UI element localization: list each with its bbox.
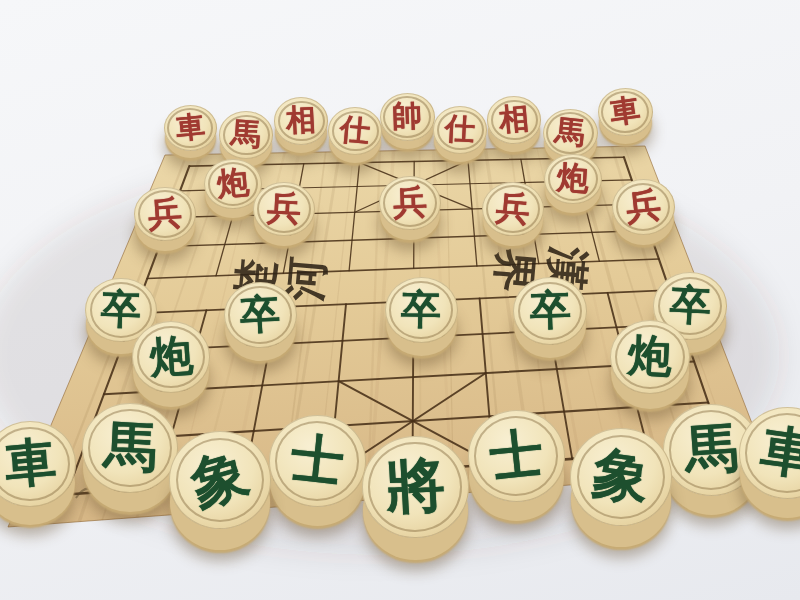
piece-red-advisor-f4r1[interactable]: 仕 <box>328 107 382 154</box>
piece-character-soldier: 卒 <box>401 282 442 338</box>
piece-red-soldier-f7r4[interactable]: 兵 <box>482 182 544 237</box>
piece-character-chariot: 車 <box>173 107 206 150</box>
piece-character-cannon: 炮 <box>148 327 195 388</box>
piece-red-elephant-f3r1[interactable]: 相 <box>274 97 328 144</box>
photo-stage: 楚河界漢 車馬相仕帥仕相馬車炮炮兵兵兵兵兵卒卒卒卒卒炮炮車馬象士將士象馬車 <box>0 0 800 600</box>
piece-character-soldier: 卒 <box>529 283 572 339</box>
piece-character-chariot: 車 <box>607 90 642 135</box>
piece-green-cannon-f2r8[interactable]: 炮 <box>132 321 210 392</box>
piece-character-general: 帥 <box>391 96 422 138</box>
piece-red-horse-f2r1[interactable]: 馬 <box>219 111 273 158</box>
piece-green-soldier-f7r7[interactable]: 卒 <box>513 277 587 344</box>
piece-character-horse: 馬 <box>230 113 263 156</box>
piece-character-advisor: 仕 <box>444 109 476 152</box>
piece-green-horse-f2r10[interactable]: 馬 <box>82 403 178 494</box>
piece-character-soldier: 卒 <box>239 286 282 343</box>
piece-red-horse-f8r1[interactable]: 馬 <box>543 109 598 157</box>
piece-character-cannon: 炮 <box>556 156 591 202</box>
piece-red-soldier-f9r4[interactable]: 兵 <box>612 179 675 235</box>
piece-character-elephant: 相 <box>497 98 530 141</box>
piece-red-advisor-f6r1[interactable]: 仕 <box>433 106 487 153</box>
piece-green-soldier-f5r7[interactable]: 卒 <box>385 277 458 343</box>
piece-red-chariot-f9r1[interactable]: 車 <box>598 88 653 136</box>
piece-red-cannon-f8r3[interactable]: 炮 <box>544 154 602 205</box>
piece-character-cannon: 炮 <box>215 161 251 208</box>
piece-green-elephant-f7r10[interactable]: 象 <box>570 428 672 525</box>
piece-red-soldier-f1r4[interactable]: 兵 <box>134 187 196 242</box>
piece-green-general-f5r10[interactable]: 將 <box>362 436 469 539</box>
pieces-layer: 車馬相仕帥仕相馬車炮炮兵兵兵兵兵卒卒卒卒卒炮炮車馬象士將士象馬車 <box>0 0 800 600</box>
piece-character-soldier: 兵 <box>623 182 663 232</box>
piece-red-elephant-f7r1[interactable]: 相 <box>487 96 541 143</box>
piece-character-horse: 馬 <box>682 412 740 488</box>
piece-character-soldier: 兵 <box>392 179 428 226</box>
piece-green-cannon-f8r8[interactable]: 炮 <box>610 320 690 393</box>
piece-red-soldier-f3r4[interactable]: 兵 <box>253 182 315 237</box>
piece-character-chariot: 車 <box>2 427 59 500</box>
piece-green-soldier-f3r7[interactable]: 卒 <box>224 282 297 348</box>
piece-green-chariot-f1r10[interactable]: 車 <box>0 421 76 507</box>
piece-character-elephant: 象 <box>588 435 654 518</box>
piece-green-chariot-f9r10[interactable]: 車 <box>739 407 800 499</box>
piece-green-elephant-f3r10[interactable]: 象 <box>169 431 271 528</box>
piece-red-chariot-f1r1[interactable]: 車 <box>164 105 217 151</box>
piece-character-elephant: 相 <box>285 100 317 143</box>
piece-character-soldier: 兵 <box>146 190 183 238</box>
piece-character-horse: 馬 <box>102 411 159 486</box>
piece-character-soldier: 兵 <box>494 185 532 234</box>
piece-red-soldier-f5r4[interactable]: 兵 <box>379 176 441 231</box>
piece-character-advisor: 士 <box>486 417 546 494</box>
piece-character-soldier: 兵 <box>266 185 302 233</box>
piece-character-horse: 馬 <box>553 111 587 155</box>
piece-character-advisor: 仕 <box>338 109 371 152</box>
piece-green-advisor-f6r10[interactable]: 士 <box>468 410 565 502</box>
piece-character-cannon: 炮 <box>626 326 673 387</box>
piece-red-general-f5r1[interactable]: 帥 <box>380 93 435 141</box>
piece-character-advisor: 士 <box>287 422 347 499</box>
piece-character-general: 將 <box>383 445 446 528</box>
piece-green-advisor-f4r10[interactable]: 士 <box>269 415 366 507</box>
